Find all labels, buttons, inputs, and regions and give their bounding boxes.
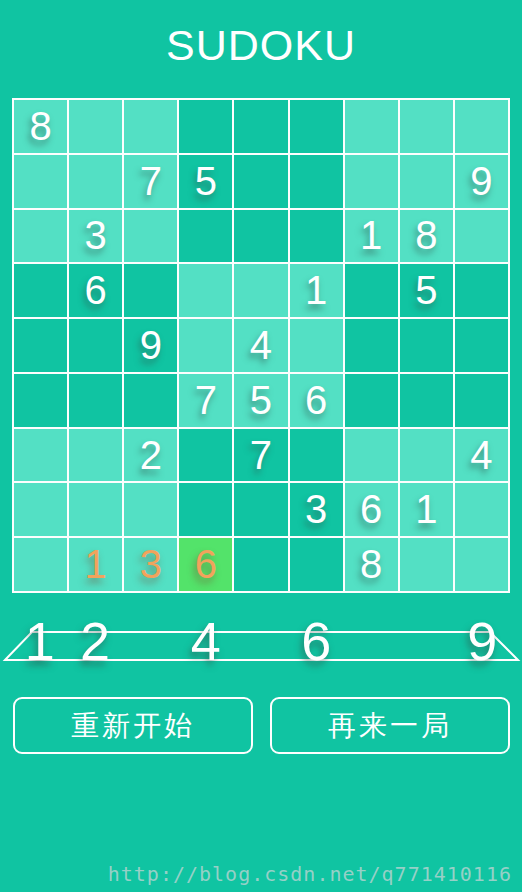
cell-r5c3[interactable]: 9 [124,319,177,372]
cell-r2c6[interactable] [290,155,343,208]
cell-r4c9[interactable] [455,264,508,317]
numpad-empty-slot-7 [344,604,399,678]
cell-r3c8[interactable]: 8 [400,210,453,263]
cell-r9c5[interactable] [234,538,287,591]
numpad-empty-slot-3 [123,604,178,678]
sudoku-board: 8759318615947562743611368 [12,98,510,593]
cell-r5c7[interactable] [345,319,398,372]
cell-r2c8[interactable] [400,155,453,208]
cell-r9c1[interactable] [14,538,67,591]
cell-r6c1[interactable] [14,374,67,427]
cell-r3c3[interactable] [124,210,177,263]
numpad-digit-4[interactable]: 4 [178,604,233,678]
cell-r1c4[interactable] [179,100,232,153]
cell-r7c1[interactable] [14,429,67,482]
cell-r8c1[interactable] [14,483,67,536]
numpad-digit-6[interactable]: 6 [289,604,344,678]
cell-r4c6[interactable]: 1 [290,264,343,317]
cell-r8c2[interactable] [69,483,122,536]
cell-r8c8[interactable]: 1 [400,483,453,536]
cell-r6c6[interactable]: 6 [290,374,343,427]
cell-r7c6[interactable] [290,429,343,482]
cell-r6c4[interactable]: 7 [179,374,232,427]
cell-r6c7[interactable] [345,374,398,427]
cell-r2c2[interactable] [69,155,122,208]
numpad-empty-slot-8 [399,604,454,678]
cell-r2c3[interactable]: 7 [124,155,177,208]
cell-r3c1[interactable] [14,210,67,263]
cell-r5c4[interactable] [179,319,232,372]
cell-r7c4[interactable] [179,429,232,482]
cell-r7c8[interactable] [400,429,453,482]
numpad-digit-9[interactable]: 9 [455,604,510,678]
cell-r1c9[interactable] [455,100,508,153]
cell-r8c4[interactable] [179,483,232,536]
cell-r5c5[interactable]: 4 [234,319,287,372]
cell-r9c7[interactable]: 8 [345,538,398,591]
cell-r3c4[interactable] [179,210,232,263]
numpad-numbers: 12469 [12,604,510,678]
cell-r2c5[interactable] [234,155,287,208]
cell-r1c5[interactable] [234,100,287,153]
restart-button[interactable]: 重新开始 [13,697,253,754]
numpad-empty-slot-5 [233,604,288,678]
cell-r1c2[interactable] [69,100,122,153]
numpad-digit-1[interactable]: 1 [12,604,67,678]
sudoku-app: { "game": "sudoku", "title": "SUDOKU", "… [0,0,522,892]
cell-r1c7[interactable] [345,100,398,153]
cell-r3c2[interactable]: 3 [69,210,122,263]
cell-r3c9[interactable] [455,210,508,263]
cell-r6c9[interactable] [455,374,508,427]
cell-r2c9[interactable]: 9 [455,155,508,208]
cell-r8c3[interactable] [124,483,177,536]
cell-r5c2[interactable] [69,319,122,372]
cell-r5c6[interactable] [290,319,343,372]
cell-r4c5[interactable] [234,264,287,317]
cell-r9c8[interactable] [400,538,453,591]
cell-r2c1[interactable] [14,155,67,208]
cell-r2c4[interactable]: 5 [179,155,232,208]
cell-r4c1[interactable] [14,264,67,317]
cell-r5c1[interactable] [14,319,67,372]
cell-r1c8[interactable] [400,100,453,153]
page-title: SUDOKU [0,18,522,72]
cell-r9c2[interactable]: 1 [69,538,122,591]
cell-r9c6[interactable] [290,538,343,591]
cell-r8c5[interactable] [234,483,287,536]
cell-r1c1[interactable]: 8 [14,100,67,153]
numpad-digit-2[interactable]: 2 [67,604,122,678]
cell-r3c7[interactable]: 1 [345,210,398,263]
cell-r8c7[interactable]: 6 [345,483,398,536]
cell-r6c8[interactable] [400,374,453,427]
cell-r7c9[interactable]: 4 [455,429,508,482]
cell-r6c2[interactable] [69,374,122,427]
cell-r7c3[interactable]: 2 [124,429,177,482]
cell-r7c5[interactable]: 7 [234,429,287,482]
cell-r8c9[interactable] [455,483,508,536]
cell-r7c2[interactable] [69,429,122,482]
cell-r1c6[interactable] [290,100,343,153]
cell-r4c3[interactable] [124,264,177,317]
cell-r4c8[interactable]: 5 [400,264,453,317]
cell-r9c4[interactable]: 6 [179,538,232,591]
cell-r4c2[interactable]: 6 [69,264,122,317]
cell-r8c6[interactable]: 3 [290,483,343,536]
cell-r7c7[interactable] [345,429,398,482]
cell-r5c9[interactable] [455,319,508,372]
cell-r1c3[interactable] [124,100,177,153]
cell-r4c7[interactable] [345,264,398,317]
cell-r4c4[interactable] [179,264,232,317]
cell-r6c5[interactable]: 5 [234,374,287,427]
cell-r3c5[interactable] [234,210,287,263]
cell-r9c3[interactable]: 3 [124,538,177,591]
new-game-button[interactable]: 再来一局 [270,697,510,754]
number-pad: 12469 [0,596,522,686]
cell-r3c6[interactable] [290,210,343,263]
cell-r9c9[interactable] [455,538,508,591]
cell-r5c8[interactable] [400,319,453,372]
cell-r6c3[interactable] [124,374,177,427]
cell-r2c7[interactable] [345,155,398,208]
watermark-url: http://blog.csdn.net/q771410116 [108,862,512,886]
